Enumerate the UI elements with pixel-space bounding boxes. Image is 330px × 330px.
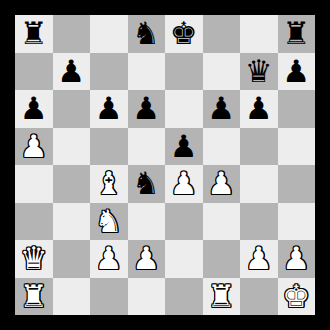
square-g6[interactable]: ♟ bbox=[240, 90, 278, 128]
square-d6[interactable]: ♟ bbox=[128, 90, 166, 128]
square-f7[interactable] bbox=[203, 53, 241, 91]
square-a8[interactable]: ♜ bbox=[15, 15, 53, 53]
square-g4[interactable] bbox=[240, 165, 278, 203]
square-h6[interactable] bbox=[278, 90, 316, 128]
black-pawn[interactable]: ♟ bbox=[207, 93, 235, 124]
square-a5[interactable]: ♟ bbox=[15, 128, 53, 166]
square-f6[interactable]: ♟ bbox=[203, 90, 241, 128]
square-d4[interactable]: ♞ bbox=[128, 165, 166, 203]
square-c8[interactable] bbox=[90, 15, 128, 53]
square-e1[interactable] bbox=[165, 278, 203, 316]
square-c3[interactable]: ♞ bbox=[90, 203, 128, 241]
square-d2[interactable]: ♟ bbox=[128, 240, 166, 278]
square-f8[interactable] bbox=[203, 15, 241, 53]
square-a6[interactable]: ♟ bbox=[15, 90, 53, 128]
square-a2[interactable]: ♛ bbox=[15, 240, 53, 278]
black-knight[interactable]: ♞ bbox=[132, 168, 160, 199]
square-e7[interactable] bbox=[165, 53, 203, 91]
square-g1[interactable] bbox=[240, 278, 278, 316]
square-h7[interactable]: ♟ bbox=[278, 53, 316, 91]
board-frame: ♜♞♚♜♟♛♟♟♟♟♟♟♟♟♝♞♟♟♞♛♟♟♟♟♜♜♚ bbox=[0, 0, 330, 330]
square-h1[interactable]: ♚ bbox=[278, 278, 316, 316]
white-pawn[interactable]: ♟ bbox=[170, 168, 198, 199]
square-d8[interactable]: ♞ bbox=[128, 15, 166, 53]
black-pawn[interactable]: ♟ bbox=[282, 56, 310, 87]
square-b3[interactable] bbox=[53, 203, 91, 241]
black-rook[interactable]: ♜ bbox=[20, 18, 48, 49]
black-pawn[interactable]: ♟ bbox=[95, 93, 123, 124]
square-g5[interactable] bbox=[240, 128, 278, 166]
black-rook[interactable]: ♜ bbox=[282, 18, 310, 49]
square-e2[interactable] bbox=[165, 240, 203, 278]
square-e8[interactable]: ♚ bbox=[165, 15, 203, 53]
square-c1[interactable] bbox=[90, 278, 128, 316]
square-h3[interactable] bbox=[278, 203, 316, 241]
square-b8[interactable] bbox=[53, 15, 91, 53]
square-a7[interactable] bbox=[15, 53, 53, 91]
white-knight[interactable]: ♞ bbox=[95, 206, 123, 237]
square-b4[interactable] bbox=[53, 165, 91, 203]
black-knight[interactable]: ♞ bbox=[132, 18, 160, 49]
black-pawn[interactable]: ♟ bbox=[57, 56, 85, 87]
white-pawn[interactable]: ♟ bbox=[95, 243, 123, 274]
square-f2[interactable] bbox=[203, 240, 241, 278]
square-a4[interactable] bbox=[15, 165, 53, 203]
square-e6[interactable] bbox=[165, 90, 203, 128]
white-pawn[interactable]: ♟ bbox=[20, 131, 48, 162]
square-h5[interactable] bbox=[278, 128, 316, 166]
square-a3[interactable] bbox=[15, 203, 53, 241]
square-h4[interactable] bbox=[278, 165, 316, 203]
square-f1[interactable]: ♜ bbox=[203, 278, 241, 316]
square-c2[interactable]: ♟ bbox=[90, 240, 128, 278]
square-c4[interactable]: ♝ bbox=[90, 165, 128, 203]
square-e4[interactable]: ♟ bbox=[165, 165, 203, 203]
square-c6[interactable]: ♟ bbox=[90, 90, 128, 128]
black-pawn[interactable]: ♟ bbox=[245, 93, 273, 124]
square-a1[interactable]: ♜ bbox=[15, 278, 53, 316]
square-b6[interactable] bbox=[53, 90, 91, 128]
white-queen[interactable]: ♛ bbox=[20, 243, 48, 274]
square-e3[interactable] bbox=[165, 203, 203, 241]
black-pawn[interactable]: ♟ bbox=[132, 93, 160, 124]
square-h8[interactable]: ♜ bbox=[278, 15, 316, 53]
white-pawn[interactable]: ♟ bbox=[132, 243, 160, 274]
white-rook[interactable]: ♜ bbox=[20, 281, 48, 312]
white-rook[interactable]: ♜ bbox=[207, 281, 235, 312]
square-c7[interactable] bbox=[90, 53, 128, 91]
white-king[interactable]: ♚ bbox=[282, 281, 310, 312]
square-d5[interactable] bbox=[128, 128, 166, 166]
square-g3[interactable] bbox=[240, 203, 278, 241]
square-d3[interactable] bbox=[128, 203, 166, 241]
white-pawn[interactable]: ♟ bbox=[245, 243, 273, 274]
black-queen[interactable]: ♛ bbox=[245, 56, 273, 87]
square-b1[interactable] bbox=[53, 278, 91, 316]
white-pawn[interactable]: ♟ bbox=[207, 168, 235, 199]
square-b2[interactable] bbox=[53, 240, 91, 278]
square-g7[interactable]: ♛ bbox=[240, 53, 278, 91]
chess-board: ♜♞♚♜♟♛♟♟♟♟♟♟♟♟♝♞♟♟♞♛♟♟♟♟♜♜♚ bbox=[15, 15, 315, 315]
black-king[interactable]: ♚ bbox=[170, 18, 198, 49]
black-pawn[interactable]: ♟ bbox=[170, 131, 198, 162]
square-b5[interactable] bbox=[53, 128, 91, 166]
black-pawn[interactable]: ♟ bbox=[20, 93, 48, 124]
white-pawn[interactable]: ♟ bbox=[282, 243, 310, 274]
square-d7[interactable] bbox=[128, 53, 166, 91]
square-f4[interactable]: ♟ bbox=[203, 165, 241, 203]
square-h2[interactable]: ♟ bbox=[278, 240, 316, 278]
square-d1[interactable] bbox=[128, 278, 166, 316]
square-e5[interactable]: ♟ bbox=[165, 128, 203, 166]
square-b7[interactable]: ♟ bbox=[53, 53, 91, 91]
square-f3[interactable] bbox=[203, 203, 241, 241]
square-f5[interactable] bbox=[203, 128, 241, 166]
white-bishop[interactable]: ♝ bbox=[95, 168, 123, 199]
square-c5[interactable] bbox=[90, 128, 128, 166]
square-g2[interactable]: ♟ bbox=[240, 240, 278, 278]
square-g8[interactable] bbox=[240, 15, 278, 53]
